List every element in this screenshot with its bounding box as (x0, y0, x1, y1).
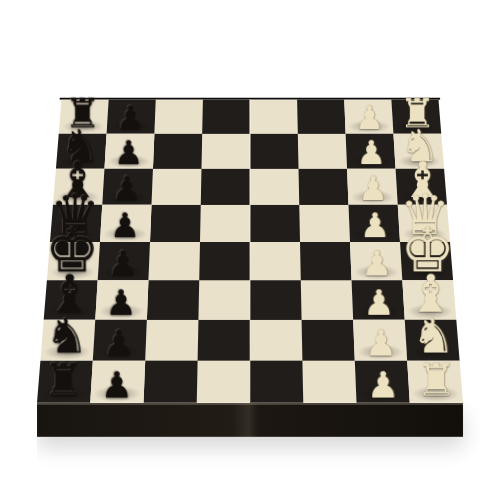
square-e2[interactable]: ♟ (350, 242, 402, 280)
square-c4[interactable] (250, 169, 299, 205)
piece-white-pawn[interactable]: ♟ (365, 326, 397, 360)
piece-black-rook[interactable]: ♜ (44, 359, 84, 401)
square-h4[interactable] (250, 361, 303, 403)
piece-black-pawn[interactable]: ♟ (112, 172, 142, 204)
square-e5[interactable] (199, 242, 250, 280)
piece-white-pawn[interactable]: ♟ (360, 209, 390, 241)
square-h3[interactable] (302, 361, 356, 403)
square-g5[interactable] (198, 320, 250, 361)
square-a5[interactable] (202, 100, 250, 134)
piece-black-knight[interactable]: ♞ (45, 314, 88, 360)
square-g7[interactable]: ♟ (93, 320, 147, 361)
square-h1[interactable]: ♜ (407, 361, 463, 403)
piece-white-rook[interactable]: ♜ (416, 359, 456, 401)
square-g3[interactable] (302, 320, 355, 361)
piece-black-pawn[interactable]: ♟ (105, 286, 136, 319)
square-e7[interactable]: ♟ (98, 242, 150, 280)
piece-black-pawn[interactable]: ♟ (108, 247, 139, 280)
piece-white-pawn[interactable]: ♟ (356, 137, 386, 168)
square-c2[interactable]: ♟ (347, 169, 398, 205)
product-photo-background: ♜♟♟♜♞♟♟♞♝♟♟♝♛♟♟♛♚♟♟♚♝♟♟♝♞♟♟♞♜♟♟♜ (0, 0, 500, 500)
square-a2[interactable]: ♟ (344, 100, 393, 134)
square-h5[interactable] (197, 361, 250, 403)
piece-white-pawn[interactable]: ♟ (363, 286, 394, 319)
square-c3[interactable] (299, 169, 349, 205)
square-a7[interactable]: ♟ (107, 100, 156, 134)
piece-black-pawn[interactable]: ♟ (103, 326, 135, 360)
board-hinge-seam (249, 99, 251, 402)
piece-white-pawn[interactable]: ♟ (355, 102, 384, 133)
square-d6[interactable] (150, 205, 201, 242)
square-d3[interactable] (299, 205, 350, 242)
piece-white-pawn[interactable]: ♟ (367, 368, 399, 402)
square-e6[interactable] (148, 242, 200, 280)
board-front-edge (37, 403, 463, 437)
square-h6[interactable] (144, 361, 198, 403)
square-e4[interactable] (250, 242, 301, 280)
square-c7[interactable]: ♟ (102, 169, 153, 205)
piece-black-pawn[interactable]: ♟ (101, 368, 133, 402)
square-f3[interactable] (301, 280, 353, 320)
square-c6[interactable] (152, 169, 202, 205)
square-g6[interactable] (145, 320, 198, 361)
piece-black-pawn[interactable]: ♟ (114, 137, 144, 168)
square-f7[interactable]: ♟ (95, 280, 148, 320)
square-b5[interactable] (201, 134, 250, 169)
square-a6[interactable] (154, 100, 202, 134)
square-d4[interactable] (250, 205, 300, 242)
square-d7[interactable]: ♟ (100, 205, 152, 242)
square-f2[interactable]: ♟ (352, 280, 405, 320)
board-scene: ♜♟♟♜♞♟♟♞♝♟♟♝♛♟♟♛♚♟♟♚♝♟♟♝♞♟♟♞♜♟♟♜ (37, 100, 463, 403)
square-f6[interactable] (147, 280, 199, 320)
square-f5[interactable] (198, 280, 250, 320)
square-d2[interactable]: ♟ (348, 205, 400, 242)
piece-white-pawn[interactable]: ♟ (361, 247, 392, 280)
square-d5[interactable] (200, 205, 250, 242)
square-h8[interactable]: ♜ (37, 361, 93, 403)
square-b7[interactable]: ♟ (104, 134, 154, 169)
piece-black-pawn[interactable]: ♟ (116, 102, 145, 133)
square-g4[interactable] (250, 320, 302, 361)
square-h2[interactable]: ♟ (355, 361, 410, 403)
square-b2[interactable]: ♟ (346, 134, 396, 169)
square-g2[interactable]: ♟ (353, 320, 407, 361)
square-a3[interactable] (297, 100, 345, 134)
square-a4[interactable] (250, 100, 298, 134)
piece-white-pawn[interactable]: ♟ (358, 172, 388, 204)
piece-white-knight[interactable]: ♞ (412, 314, 455, 360)
square-h7[interactable]: ♟ (90, 361, 145, 403)
square-e3[interactable] (300, 242, 352, 280)
square-c5[interactable] (201, 169, 250, 205)
square-b4[interactable] (250, 134, 299, 169)
square-b6[interactable] (153, 134, 202, 169)
square-f4[interactable] (250, 280, 302, 320)
piece-black-pawn[interactable]: ♟ (110, 209, 140, 241)
square-b3[interactable] (298, 134, 347, 169)
